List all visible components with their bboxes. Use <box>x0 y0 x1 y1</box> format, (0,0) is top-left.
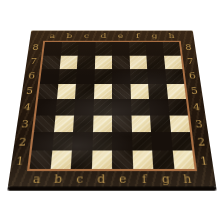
file-labels-top: abcdefgh <box>43 31 180 41</box>
square-a3[interactable] <box>34 115 55 132</box>
rank-label-right: 6 <box>184 68 200 83</box>
file-label-top: e <box>112 31 129 41</box>
square-d3[interactable] <box>92 115 112 132</box>
square-c2[interactable] <box>72 132 93 150</box>
square-b7[interactable] <box>59 55 77 69</box>
square-g8[interactable] <box>146 42 164 55</box>
square-f1[interactable] <box>132 150 153 169</box>
board-grid <box>29 42 194 169</box>
rank-label-right: 3 <box>190 116 208 133</box>
rank-label-right: 1 <box>195 152 214 172</box>
square-g4[interactable] <box>149 99 169 115</box>
photo-background: abcdefgh abcdefgh 87654321 87654321 <box>0 0 222 222</box>
square-c4[interactable] <box>74 99 93 115</box>
file-label-bottom: g <box>155 171 178 187</box>
square-c3[interactable] <box>73 115 93 132</box>
square-d5[interactable] <box>94 84 113 99</box>
rank-label-right: 8 <box>181 41 197 54</box>
square-f4[interactable] <box>131 99 150 115</box>
file-label-bottom: a <box>25 171 48 187</box>
square-e1[interactable] <box>112 150 133 169</box>
square-e7[interactable] <box>112 55 130 69</box>
square-c6[interactable] <box>76 69 94 84</box>
square-g3[interactable] <box>150 115 171 132</box>
square-c8[interactable] <box>78 42 96 55</box>
square-d2[interactable] <box>92 132 112 150</box>
square-d7[interactable] <box>94 55 112 69</box>
square-h6[interactable] <box>165 69 184 84</box>
square-g7[interactable] <box>146 55 164 69</box>
square-h5[interactable] <box>166 84 186 99</box>
square-e4[interactable] <box>112 99 131 115</box>
square-h2[interactable] <box>171 132 193 150</box>
square-a5[interactable] <box>38 84 58 99</box>
square-f2[interactable] <box>132 132 153 150</box>
square-d4[interactable] <box>93 99 112 115</box>
square-h7[interactable] <box>164 55 183 69</box>
square-b1[interactable] <box>50 150 72 169</box>
rank-label-right: 2 <box>192 133 211 151</box>
square-c7[interactable] <box>77 55 95 69</box>
file-label-bottom: d <box>90 171 112 187</box>
file-label-top: d <box>95 31 112 41</box>
square-e2[interactable] <box>112 132 132 150</box>
square-a8[interactable] <box>43 42 61 55</box>
square-d6[interactable] <box>94 69 112 84</box>
square-c1[interactable] <box>71 150 92 169</box>
rank-label-right: 4 <box>188 99 205 116</box>
square-a7[interactable] <box>42 55 61 69</box>
square-e5[interactable] <box>112 84 131 99</box>
square-d1[interactable] <box>91 150 112 169</box>
file-label-bottom: f <box>133 171 155 187</box>
square-h1[interactable] <box>172 150 194 169</box>
square-a6[interactable] <box>40 69 59 84</box>
file-label-top: f <box>129 31 146 41</box>
square-g6[interactable] <box>147 69 166 84</box>
file-label-bottom: b <box>47 171 70 187</box>
square-g1[interactable] <box>152 150 174 169</box>
square-a4[interactable] <box>36 99 56 115</box>
square-e8[interactable] <box>112 42 129 55</box>
square-b3[interactable] <box>53 115 74 132</box>
square-c5[interactable] <box>75 84 94 99</box>
square-b8[interactable] <box>60 42 78 55</box>
square-f3[interactable] <box>131 115 151 132</box>
rank-label-right: 5 <box>186 83 203 99</box>
file-label-top: a <box>43 31 61 41</box>
square-b4[interactable] <box>55 99 75 115</box>
square-g5[interactable] <box>148 84 167 99</box>
square-f8[interactable] <box>129 42 147 55</box>
square-f5[interactable] <box>130 84 149 99</box>
file-label-top: b <box>60 31 78 41</box>
square-e6[interactable] <box>112 69 130 84</box>
file-label-top: h <box>163 31 181 41</box>
square-g2[interactable] <box>151 132 172 150</box>
chess-board: abcdefgh abcdefgh 87654321 87654321 <box>8 31 216 188</box>
file-label-top: c <box>78 31 95 41</box>
square-a2[interactable] <box>32 132 54 150</box>
square-h4[interactable] <box>168 99 188 115</box>
rank-label-right: 7 <box>182 54 198 68</box>
square-f6[interactable] <box>130 69 148 84</box>
square-e3[interactable] <box>112 115 132 132</box>
square-d8[interactable] <box>95 42 112 55</box>
square-h3[interactable] <box>169 115 190 132</box>
square-a1[interactable] <box>29 150 51 169</box>
square-b5[interactable] <box>57 84 76 99</box>
playing-field <box>27 41 197 171</box>
board-perspective-wrap: abcdefgh abcdefgh 87654321 87654321 <box>8 31 216 188</box>
square-b6[interactable] <box>58 69 77 84</box>
file-label-bottom: e <box>112 171 134 187</box>
file-label-bottom: c <box>68 171 90 187</box>
file-labels-bottom: abcdefgh <box>25 171 199 187</box>
square-b2[interactable] <box>52 132 73 150</box>
square-h8[interactable] <box>162 42 180 55</box>
square-f7[interactable] <box>129 55 147 69</box>
file-label-top: g <box>146 31 164 41</box>
file-label-bottom: h <box>176 171 199 187</box>
